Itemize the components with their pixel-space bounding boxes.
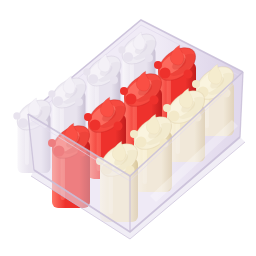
wax-drip-bump bbox=[145, 54, 153, 62]
wax-drip-bump bbox=[75, 98, 83, 106]
wax-drip-bump bbox=[48, 90, 55, 97]
wax-drip-bump bbox=[53, 96, 63, 106]
wax-drip-bump bbox=[154, 61, 162, 69]
wax-drip-bump bbox=[13, 112, 20, 119]
wax-drip-bump bbox=[114, 122, 123, 131]
wax-drip-bump bbox=[120, 87, 128, 95]
wax-drip-bump bbox=[110, 76, 118, 84]
wax-drip-bump bbox=[84, 113, 92, 121]
wax-drip-bump bbox=[192, 80, 200, 88]
wax-drip-bump bbox=[90, 120, 101, 131]
wax-drip-bump bbox=[136, 137, 147, 148]
wax-drip-bump bbox=[123, 52, 133, 62]
wax-drip-bump bbox=[88, 74, 98, 84]
product-photo bbox=[0, 0, 256, 256]
wax-drip-bump bbox=[130, 130, 138, 138]
wax-drip-bump bbox=[184, 70, 193, 79]
wax-drip-bump bbox=[83, 68, 90, 75]
wax-drip-bump bbox=[18, 118, 28, 128]
wax-drip-bump bbox=[169, 111, 180, 122]
wax-drip-bump bbox=[118, 46, 125, 53]
wax-drip-bump bbox=[160, 68, 171, 79]
wax-drip-bump bbox=[126, 94, 137, 105]
wax-drip-bump bbox=[150, 96, 159, 105]
wax-drip-bump bbox=[163, 104, 171, 112]
scene-svg bbox=[0, 0, 256, 256]
